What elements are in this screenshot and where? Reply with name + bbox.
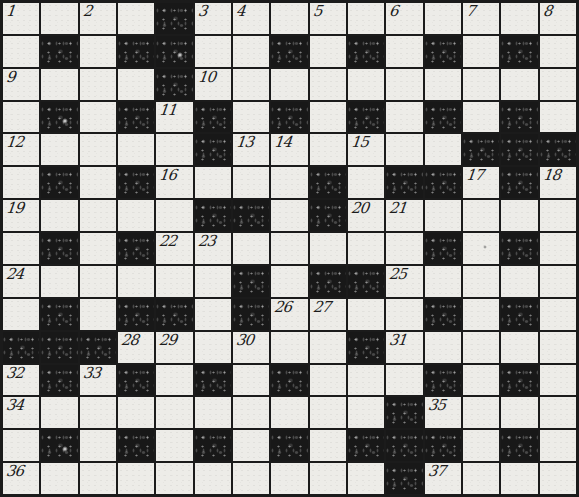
- white-cell[interactable]: [347, 166, 385, 199]
- white-cell[interactable]: [385, 35, 423, 68]
- clue-number: 34: [5, 397, 24, 414]
- black-cell: [424, 232, 462, 265]
- white-cell[interactable]: [40, 68, 78, 101]
- white-cell[interactable]: [539, 364, 577, 397]
- white-cell[interactable]: [194, 396, 232, 429]
- white-cell[interactable]: [309, 35, 347, 68]
- white-cell[interactable]: [500, 68, 538, 101]
- white-cell[interactable]: [500, 199, 538, 232]
- white-cell[interactable]: [270, 232, 308, 265]
- black-cell: [539, 133, 577, 166]
- white-cell[interactable]: [79, 232, 117, 265]
- white-cell[interactable]: [424, 68, 462, 101]
- black-cell: [194, 199, 232, 232]
- white-cell[interactable]: 32: [2, 364, 40, 397]
- white-cell[interactable]: 18: [539, 166, 577, 199]
- clue-number: 27: [312, 299, 331, 316]
- black-cell: [500, 101, 538, 134]
- white-cell[interactable]: [539, 199, 577, 232]
- white-cell[interactable]: [347, 2, 385, 35]
- white-cell[interactable]: 2: [79, 2, 117, 35]
- clue-number: 9: [5, 69, 15, 86]
- black-cell: [117, 364, 155, 397]
- white-cell[interactable]: [309, 462, 347, 495]
- white-cell[interactable]: [500, 396, 538, 429]
- black-cell: [117, 101, 155, 134]
- white-cell[interactable]: [385, 232, 423, 265]
- white-cell[interactable]: [539, 429, 577, 462]
- black-cell: [117, 35, 155, 68]
- white-cell[interactable]: [79, 133, 117, 166]
- white-cell[interactable]: [270, 199, 308, 232]
- white-cell[interactable]: 11: [155, 101, 193, 134]
- white-cell[interactable]: [500, 2, 538, 35]
- clue-number: 13: [235, 134, 254, 151]
- white-cell[interactable]: [309, 396, 347, 429]
- white-cell[interactable]: [424, 265, 462, 298]
- white-cell[interactable]: [79, 462, 117, 495]
- white-cell[interactable]: [424, 199, 462, 232]
- white-cell[interactable]: 6: [385, 2, 423, 35]
- black-cell: [155, 298, 193, 331]
- clue-number: 21: [388, 200, 407, 217]
- clue-number: 2: [82, 3, 92, 20]
- white-cell[interactable]: 28: [117, 331, 155, 364]
- black-cell: [40, 298, 78, 331]
- white-cell[interactable]: [194, 298, 232, 331]
- white-cell[interactable]: [117, 2, 155, 35]
- white-cell[interactable]: [79, 429, 117, 462]
- black-cell: [424, 35, 462, 68]
- white-cell[interactable]: [462, 396, 500, 429]
- white-cell[interactable]: [347, 232, 385, 265]
- white-cell[interactable]: [539, 331, 577, 364]
- black-cell: [347, 35, 385, 68]
- white-cell[interactable]: [539, 68, 577, 101]
- black-cell: [2, 331, 40, 364]
- black-cell: [500, 166, 538, 199]
- white-cell[interactable]: [79, 101, 117, 134]
- black-cell: [194, 133, 232, 166]
- white-cell[interactable]: [79, 396, 117, 429]
- white-cell[interactable]: [270, 2, 308, 35]
- white-cell[interactable]: [40, 396, 78, 429]
- white-cell[interactable]: 33: [79, 364, 117, 397]
- clue-number: 3: [197, 3, 207, 20]
- white-cell[interactable]: [539, 462, 577, 495]
- white-cell[interactable]: [155, 396, 193, 429]
- white-cell[interactable]: [385, 364, 423, 397]
- white-cell[interactable]: 29: [155, 331, 193, 364]
- white-cell[interactable]: [462, 199, 500, 232]
- black-cell: [462, 133, 500, 166]
- clue-number: 20: [350, 200, 369, 217]
- white-cell[interactable]: [424, 133, 462, 166]
- white-cell[interactable]: 17: [462, 166, 500, 199]
- white-cell[interactable]: [347, 298, 385, 331]
- clue-number: 19: [5, 200, 24, 217]
- white-cell[interactable]: 9: [2, 68, 40, 101]
- black-cell: [500, 364, 538, 397]
- clue-number: 23: [197, 233, 216, 250]
- clue-number: 22: [158, 233, 177, 250]
- white-cell[interactable]: [155, 364, 193, 397]
- black-cell: [232, 298, 270, 331]
- white-cell[interactable]: [79, 166, 117, 199]
- white-cell[interactable]: [309, 364, 347, 397]
- white-cell[interactable]: [232, 232, 270, 265]
- white-cell[interactable]: [2, 166, 40, 199]
- white-cell[interactable]: [462, 364, 500, 397]
- white-cell[interactable]: [539, 396, 577, 429]
- black-cell: [385, 396, 423, 429]
- white-cell[interactable]: [232, 101, 270, 134]
- white-cell[interactable]: [309, 133, 347, 166]
- white-cell[interactable]: [462, 232, 500, 265]
- white-cell[interactable]: [2, 35, 40, 68]
- white-cell[interactable]: [155, 462, 193, 495]
- white-cell[interactable]: [40, 265, 78, 298]
- black-cell: [424, 429, 462, 462]
- white-cell[interactable]: 4: [232, 2, 270, 35]
- white-cell[interactable]: [270, 166, 308, 199]
- white-cell[interactable]: [424, 2, 462, 35]
- black-cell: [155, 68, 193, 101]
- white-cell[interactable]: [2, 232, 40, 265]
- white-cell[interactable]: [500, 331, 538, 364]
- white-cell[interactable]: [40, 133, 78, 166]
- clue-number: 1: [5, 3, 15, 20]
- black-cell: [309, 166, 347, 199]
- white-cell[interactable]: [194, 35, 232, 68]
- white-cell[interactable]: 35: [424, 396, 462, 429]
- clue-number: 32: [5, 365, 24, 382]
- black-cell: [40, 331, 78, 364]
- white-cell[interactable]: [347, 396, 385, 429]
- black-cell: [500, 133, 538, 166]
- black-cell: [117, 166, 155, 199]
- white-cell[interactable]: [539, 298, 577, 331]
- white-cell[interactable]: [194, 265, 232, 298]
- white-cell[interactable]: 15: [347, 133, 385, 166]
- white-cell[interactable]: [79, 199, 117, 232]
- white-cell[interactable]: [232, 35, 270, 68]
- clue-number: 4: [235, 3, 245, 20]
- white-cell[interactable]: [347, 462, 385, 495]
- white-cell[interactable]: [500, 462, 538, 495]
- white-cell[interactable]: [462, 429, 500, 462]
- black-cell: [194, 364, 232, 397]
- white-cell[interactable]: 31: [385, 331, 423, 364]
- white-cell[interactable]: 36: [2, 462, 40, 495]
- white-cell[interactable]: 21: [385, 199, 423, 232]
- white-cell[interactable]: 5: [309, 2, 347, 35]
- black-cell: [40, 364, 78, 397]
- black-cell: [40, 232, 78, 265]
- white-cell[interactable]: [309, 429, 347, 462]
- white-cell[interactable]: 3: [194, 2, 232, 35]
- white-cell[interactable]: [155, 199, 193, 232]
- white-cell[interactable]: [462, 68, 500, 101]
- white-cell[interactable]: [79, 265, 117, 298]
- black-cell: [347, 265, 385, 298]
- clue-number: 6: [388, 3, 398, 20]
- black-cell: [155, 35, 193, 68]
- white-cell[interactable]: 26: [270, 298, 308, 331]
- clue-number: 17: [465, 167, 484, 184]
- white-cell[interactable]: [462, 35, 500, 68]
- crossword-grid: 1234567891011121314151617181920212223242…: [0, 0, 579, 497]
- black-cell: [40, 101, 78, 134]
- white-cell[interactable]: [117, 199, 155, 232]
- black-cell: [40, 35, 78, 68]
- white-cell[interactable]: [117, 68, 155, 101]
- black-cell: [500, 35, 538, 68]
- white-cell[interactable]: 1: [2, 2, 40, 35]
- black-cell: [270, 429, 308, 462]
- white-cell[interactable]: [232, 462, 270, 495]
- white-cell[interactable]: [194, 462, 232, 495]
- black-cell: [232, 199, 270, 232]
- clue-number: 36: [5, 463, 24, 480]
- black-cell: [385, 462, 423, 495]
- white-cell[interactable]: 37: [424, 462, 462, 495]
- clue-number: 18: [542, 167, 561, 184]
- white-cell[interactable]: 12: [2, 133, 40, 166]
- black-cell: [424, 298, 462, 331]
- clue-number: 11: [158, 102, 177, 119]
- white-cell[interactable]: [309, 68, 347, 101]
- white-cell[interactable]: [40, 199, 78, 232]
- white-cell[interactable]: [40, 2, 78, 35]
- clue-number: 25: [388, 266, 407, 283]
- white-cell[interactable]: [347, 68, 385, 101]
- white-cell[interactable]: [270, 331, 308, 364]
- black-cell: [270, 35, 308, 68]
- black-cell: [309, 265, 347, 298]
- black-cell: [79, 331, 117, 364]
- white-cell[interactable]: [2, 429, 40, 462]
- white-cell[interactable]: [424, 331, 462, 364]
- white-cell[interactable]: [462, 265, 500, 298]
- white-cell[interactable]: 23: [194, 232, 232, 265]
- clue-number: 29: [158, 332, 177, 349]
- white-cell[interactable]: [232, 364, 270, 397]
- white-cell[interactable]: [462, 331, 500, 364]
- white-cell[interactable]: [117, 462, 155, 495]
- black-cell: [117, 429, 155, 462]
- white-cell[interactable]: 8: [539, 2, 577, 35]
- white-cell[interactable]: [117, 396, 155, 429]
- black-cell: [385, 429, 423, 462]
- white-cell[interactable]: 34: [2, 396, 40, 429]
- white-cell[interactable]: [309, 232, 347, 265]
- white-cell[interactable]: [270, 265, 308, 298]
- black-cell: [270, 101, 308, 134]
- clue-number: 12: [5, 134, 24, 151]
- white-cell[interactable]: [155, 429, 193, 462]
- white-cell[interactable]: [155, 265, 193, 298]
- black-cell: [385, 166, 423, 199]
- clue-number: 14: [273, 134, 292, 151]
- clue-number: 37: [427, 463, 446, 480]
- black-cell: [347, 429, 385, 462]
- clue-number: 16: [158, 167, 177, 184]
- clue-number: 26: [273, 299, 292, 316]
- clue-number: 8: [542, 3, 552, 20]
- white-cell[interactable]: [232, 396, 270, 429]
- clue-number: 33: [82, 365, 101, 382]
- white-cell[interactable]: [2, 101, 40, 134]
- white-cell[interactable]: [194, 166, 232, 199]
- white-cell[interactable]: [117, 133, 155, 166]
- white-cell[interactable]: 14: [270, 133, 308, 166]
- white-cell[interactable]: 24: [2, 265, 40, 298]
- white-cell[interactable]: [385, 101, 423, 134]
- white-cell[interactable]: 22: [155, 232, 193, 265]
- white-cell[interactable]: [539, 35, 577, 68]
- clue-number: 35: [427, 397, 446, 414]
- black-cell: [500, 232, 538, 265]
- white-cell[interactable]: [232, 68, 270, 101]
- clue-number: 31: [388, 332, 407, 349]
- white-cell[interactable]: [385, 298, 423, 331]
- black-cell: [117, 232, 155, 265]
- black-cell: [500, 298, 538, 331]
- black-cell: [500, 429, 538, 462]
- black-cell: [194, 101, 232, 134]
- clue-number: 5: [312, 3, 322, 20]
- white-cell[interactable]: [539, 101, 577, 134]
- white-cell[interactable]: 27: [309, 298, 347, 331]
- black-cell: [424, 166, 462, 199]
- white-cell[interactable]: 19: [2, 199, 40, 232]
- white-cell[interactable]: [270, 396, 308, 429]
- white-cell[interactable]: 10: [194, 68, 232, 101]
- white-cell[interactable]: [155, 133, 193, 166]
- white-cell[interactable]: [385, 133, 423, 166]
- white-cell[interactable]: [79, 35, 117, 68]
- black-cell: [40, 166, 78, 199]
- white-cell[interactable]: [40, 462, 78, 495]
- white-cell[interactable]: [232, 166, 270, 199]
- white-cell[interactable]: [385, 68, 423, 101]
- black-cell: [424, 364, 462, 397]
- black-cell: [117, 298, 155, 331]
- white-cell[interactable]: [79, 298, 117, 331]
- white-cell[interactable]: [462, 101, 500, 134]
- black-cell: [40, 429, 78, 462]
- clue-number: 30: [235, 332, 254, 349]
- white-cell[interactable]: [539, 232, 577, 265]
- black-cell: [194, 429, 232, 462]
- white-cell[interactable]: [270, 462, 308, 495]
- white-cell[interactable]: 13: [232, 133, 270, 166]
- white-cell[interactable]: [79, 68, 117, 101]
- black-cell: [424, 101, 462, 134]
- black-cell: [232, 265, 270, 298]
- black-cell: [309, 199, 347, 232]
- clue-number: 28: [120, 332, 139, 349]
- white-cell[interactable]: [462, 298, 500, 331]
- white-cell[interactable]: 25: [385, 265, 423, 298]
- white-cell[interactable]: [117, 265, 155, 298]
- white-cell[interactable]: [232, 429, 270, 462]
- white-cell[interactable]: 30: [232, 331, 270, 364]
- white-cell[interactable]: [462, 462, 500, 495]
- white-cell[interactable]: [347, 364, 385, 397]
- white-cell[interactable]: [270, 68, 308, 101]
- clue-number: 24: [5, 266, 24, 283]
- white-cell[interactable]: [539, 265, 577, 298]
- white-cell[interactable]: [194, 331, 232, 364]
- black-cell: [347, 101, 385, 134]
- black-cell: [347, 331, 385, 364]
- white-cell[interactable]: [309, 101, 347, 134]
- clue-number: 10: [197, 69, 216, 86]
- white-cell[interactable]: [309, 331, 347, 364]
- white-cell[interactable]: 20: [347, 199, 385, 232]
- clue-number: 7: [465, 3, 475, 20]
- black-cell: [270, 364, 308, 397]
- white-cell[interactable]: 16: [155, 166, 193, 199]
- black-cell: [155, 2, 193, 35]
- white-cell[interactable]: 7: [462, 2, 500, 35]
- clue-number: 15: [350, 134, 369, 151]
- white-cell[interactable]: [500, 265, 538, 298]
- white-cell[interactable]: [2, 298, 40, 331]
